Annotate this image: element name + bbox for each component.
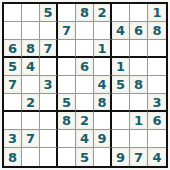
sudoku-cell-given: 8 [94, 94, 112, 112]
sudoku-cell-given: 2 [22, 94, 40, 112]
sudoku-cell-given: 1 [94, 40, 112, 58]
sudoku-cell-given: 6 [4, 40, 22, 58]
sudoku-cell-empty[interactable] [148, 58, 166, 76]
sudoku-cell-empty[interactable] [94, 22, 112, 40]
sudoku-cell-given: 4 [148, 148, 166, 166]
sudoku-cell-empty[interactable] [148, 130, 166, 148]
sudoku-cell-empty[interactable] [148, 76, 166, 94]
sudoku-cell-given: 9 [94, 130, 112, 148]
sudoku-cell-given: 3 [4, 130, 22, 148]
sudoku-cell-given: 6 [130, 22, 148, 40]
sudoku-cell-empty[interactable] [148, 40, 166, 58]
sudoku-cell-given: 2 [94, 4, 112, 22]
sudoku-cell-empty[interactable] [112, 130, 130, 148]
sudoku-cell-given: 1 [112, 58, 130, 76]
sudoku-cell-given: 9 [112, 148, 130, 166]
sudoku-cell-empty[interactable] [58, 76, 76, 94]
sudoku-cell-empty[interactable] [22, 76, 40, 94]
sudoku-cell-given: 7 [130, 148, 148, 166]
sudoku-cell-given: 5 [58, 94, 76, 112]
sudoku-cell-given: 8 [130, 76, 148, 94]
sudoku-cell-given: 8 [58, 112, 76, 130]
sudoku-cell-given: 7 [4, 76, 22, 94]
sudoku-cell-empty[interactable] [112, 40, 130, 58]
sudoku-cell-given: 2 [76, 112, 94, 130]
sudoku-cell-empty[interactable] [112, 4, 130, 22]
sudoku-cell-empty[interactable] [40, 148, 58, 166]
sudoku-cell-empty[interactable] [4, 4, 22, 22]
sudoku-cell-empty[interactable] [130, 4, 148, 22]
sudoku-cell-empty[interactable] [4, 112, 22, 130]
sudoku-board: 58217468687154617345825838216374985974 [2, 2, 168, 168]
sudoku-cell-given: 1 [148, 4, 166, 22]
sudoku-cell-empty[interactable] [94, 148, 112, 166]
sudoku-cell-given: 3 [148, 94, 166, 112]
sudoku-cell-empty[interactable] [40, 22, 58, 40]
sudoku-cell-given: 7 [40, 40, 58, 58]
sudoku-cell-empty[interactable] [40, 130, 58, 148]
sudoku-cell-given: 8 [148, 22, 166, 40]
sudoku-cell-empty[interactable] [130, 40, 148, 58]
sudoku-cell-empty[interactable] [4, 94, 22, 112]
sudoku-cell-given: 8 [22, 40, 40, 58]
sudoku-cell-empty[interactable] [58, 148, 76, 166]
sudoku-cell-given: 1 [130, 112, 148, 130]
sudoku-cell-empty[interactable] [130, 94, 148, 112]
sudoku-cell-empty[interactable] [76, 76, 94, 94]
sudoku-cell-empty[interactable] [112, 94, 130, 112]
sudoku-cell-empty[interactable] [130, 130, 148, 148]
sudoku-cell-given: 5 [4, 58, 22, 76]
sudoku-cell-given: 7 [22, 130, 40, 148]
sudoku-cell-given: 8 [4, 148, 22, 166]
sudoku-cell-empty[interactable] [4, 22, 22, 40]
sudoku-cell-empty[interactable] [22, 22, 40, 40]
sudoku-cell-given: 4 [76, 130, 94, 148]
sudoku-cell-given: 5 [112, 76, 130, 94]
sudoku-cell-empty[interactable] [40, 94, 58, 112]
sudoku-cell-given: 3 [40, 76, 58, 94]
sudoku-cell-empty[interactable] [94, 112, 112, 130]
sudoku-cell-empty[interactable] [22, 4, 40, 22]
sudoku-cell-empty[interactable] [76, 94, 94, 112]
sudoku-cell-empty[interactable] [76, 40, 94, 58]
sudoku-cell-given: 8 [76, 4, 94, 22]
sudoku-cell-empty[interactable] [130, 58, 148, 76]
sudoku-cell-empty[interactable] [58, 58, 76, 76]
sudoku-cell-empty[interactable] [22, 148, 40, 166]
sudoku-cell-given: 4 [112, 22, 130, 40]
sudoku-cell-given: 6 [76, 58, 94, 76]
sudoku-cell-empty[interactable] [58, 130, 76, 148]
sudoku-cell-given: 7 [58, 22, 76, 40]
sudoku-cell-empty[interactable] [58, 4, 76, 22]
sudoku-cell-empty[interactable] [76, 22, 94, 40]
sudoku-cell-empty[interactable] [94, 58, 112, 76]
sudoku-cell-given: 4 [94, 76, 112, 94]
sudoku-cell-empty[interactable] [112, 112, 130, 130]
sudoku-cell-given: 4 [22, 58, 40, 76]
sudoku-cell-empty[interactable] [58, 40, 76, 58]
sudoku-cell-given: 5 [40, 4, 58, 22]
sudoku-cell-empty[interactable] [22, 112, 40, 130]
sudoku-cell-empty[interactable] [40, 112, 58, 130]
sudoku-cell-empty[interactable] [40, 58, 58, 76]
sudoku-cell-given: 5 [76, 148, 94, 166]
sudoku-cell-given: 6 [148, 112, 166, 130]
